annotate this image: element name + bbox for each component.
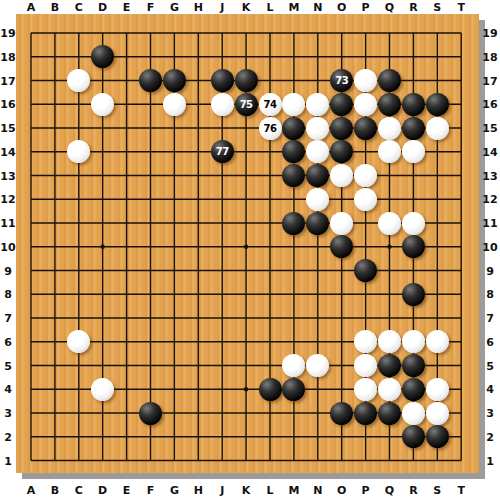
column-label-bottom-C: C [75, 485, 83, 496]
row-label-left-8: 8 [4, 289, 12, 300]
white-stone-L15-move-76: 76 [259, 117, 282, 140]
black-stone-J14-move-77: 77 [211, 140, 234, 163]
column-label-top-F: F [147, 2, 155, 13]
white-stone-S15 [426, 117, 449, 140]
column-label-bottom-R: R [409, 485, 417, 496]
black-stone-Q5 [378, 354, 401, 377]
black-stone-M11 [282, 212, 305, 235]
row-label-right-10: 10 [482, 241, 497, 252]
row-label-right-9: 9 [486, 265, 494, 276]
column-label-top-T: T [457, 2, 465, 13]
row-label-right-6: 6 [486, 336, 494, 347]
row-label-left-16: 16 [0, 99, 15, 110]
column-label-top-D: D [98, 2, 107, 13]
black-stone-P15 [354, 117, 377, 140]
column-label-bottom-L: L [266, 485, 273, 496]
white-stone-R3 [402, 402, 425, 425]
row-label-right-17: 17 [482, 75, 497, 86]
white-stone-L16-move-74: 74 [259, 93, 282, 116]
row-label-right-2: 2 [486, 431, 494, 442]
move-number-label: 73 [335, 75, 348, 86]
black-stone-P3 [354, 402, 377, 425]
column-label-top-Q: Q [385, 2, 394, 13]
white-stone-G16 [163, 93, 186, 116]
white-stone-O11 [330, 212, 353, 235]
black-stone-Q17 [378, 69, 401, 92]
black-stone-F3 [139, 402, 162, 425]
row-label-right-16: 16 [482, 99, 497, 110]
column-label-bottom-F: F [147, 485, 155, 496]
black-stone-G17 [163, 69, 186, 92]
column-label-bottom-B: B [51, 485, 59, 496]
black-stone-R2 [402, 425, 425, 448]
row-label-left-5: 5 [4, 360, 12, 371]
white-stone-D16 [91, 93, 114, 116]
row-label-right-7: 7 [486, 313, 494, 324]
black-stone-R16 [402, 93, 425, 116]
column-label-bottom-J: J [220, 485, 224, 496]
column-label-top-M: M [288, 2, 299, 13]
white-stone-M16 [282, 93, 305, 116]
column-label-top-O: O [337, 2, 346, 13]
row-label-left-12: 12 [0, 194, 15, 205]
white-stone-P13 [354, 164, 377, 187]
white-stone-N16 [306, 93, 329, 116]
white-stone-R14 [402, 140, 425, 163]
row-label-right-1: 1 [486, 455, 494, 466]
row-label-right-12: 12 [482, 194, 497, 205]
black-stone-S16 [426, 93, 449, 116]
move-number-label: 74 [264, 99, 277, 110]
move-number-label: 75 [240, 99, 253, 110]
white-stone-R11 [402, 212, 425, 235]
black-stone-P9 [354, 259, 377, 282]
column-label-top-B: B [51, 2, 59, 13]
black-stone-R5 [402, 354, 425, 377]
row-label-left-2: 2 [4, 431, 12, 442]
white-stone-P4 [354, 378, 377, 401]
white-stone-J16 [211, 93, 234, 116]
black-stone-Q16 [378, 93, 401, 116]
white-stone-D4 [91, 378, 114, 401]
black-stone-O3 [330, 402, 353, 425]
row-label-left-1: 1 [4, 455, 12, 466]
column-label-bottom-H: H [194, 485, 203, 496]
white-stone-N12 [306, 188, 329, 211]
column-label-top-E: E [123, 2, 131, 13]
column-label-top-H: H [194, 2, 203, 13]
row-label-left-11: 11 [0, 218, 15, 229]
row-label-right-5: 5 [486, 360, 494, 371]
column-label-bottom-T: T [457, 485, 465, 496]
column-label-bottom-G: G [170, 485, 179, 496]
white-stone-S3 [426, 402, 449, 425]
white-stone-Q11 [378, 212, 401, 235]
black-stone-M15 [282, 117, 305, 140]
row-label-left-3: 3 [4, 408, 12, 419]
white-stone-P12 [354, 188, 377, 211]
row-label-right-11: 11 [482, 218, 497, 229]
white-stone-N15 [306, 117, 329, 140]
column-label-bottom-D: D [98, 485, 107, 496]
column-label-bottom-A: A [27, 485, 36, 496]
white-stone-Q15 [378, 117, 401, 140]
column-label-top-C: C [75, 2, 83, 13]
white-stone-P16 [354, 93, 377, 116]
black-stone-L4 [259, 378, 282, 401]
black-stone-R10 [402, 235, 425, 258]
row-label-left-9: 9 [4, 265, 12, 276]
black-stone-K17 [235, 69, 258, 92]
row-label-right-8: 8 [486, 289, 494, 300]
column-label-bottom-M: M [288, 485, 299, 496]
black-stone-R4 [402, 378, 425, 401]
column-label-top-P: P [362, 2, 370, 13]
black-stone-K16-move-75: 75 [235, 93, 258, 116]
black-stone-R15 [402, 117, 425, 140]
black-stone-S2 [426, 425, 449, 448]
row-label-right-13: 13 [482, 170, 497, 181]
row-label-left-7: 7 [4, 313, 12, 324]
row-label-right-3: 3 [486, 408, 494, 419]
row-label-left-15: 15 [0, 123, 15, 134]
black-stone-O15 [330, 117, 353, 140]
black-stone-J17 [211, 69, 234, 92]
column-label-top-R: R [409, 2, 417, 13]
row-label-left-13: 13 [0, 170, 15, 181]
column-label-bottom-S: S [433, 485, 441, 496]
row-label-left-19: 19 [0, 28, 15, 39]
column-label-bottom-E: E [123, 485, 131, 496]
black-stone-R8 [402, 283, 425, 306]
column-label-bottom-K: K [242, 485, 251, 496]
row-label-right-19: 19 [482, 28, 497, 39]
row-label-right-15: 15 [482, 123, 497, 134]
black-stone-Q3 [378, 402, 401, 425]
black-stone-O16 [330, 93, 353, 116]
column-label-bottom-O: O [337, 485, 346, 496]
row-label-left-17: 17 [0, 75, 15, 86]
column-label-top-L: L [266, 2, 273, 13]
column-label-top-A: A [27, 2, 36, 13]
column-label-bottom-Q: Q [385, 485, 394, 496]
row-label-left-6: 6 [4, 336, 12, 347]
row-label-left-10: 10 [0, 241, 15, 252]
column-label-top-G: G [170, 2, 179, 13]
column-label-bottom-N: N [313, 485, 322, 496]
white-stone-S6 [426, 330, 449, 353]
black-stone-N11 [306, 212, 329, 235]
white-stone-P17 [354, 69, 377, 92]
white-stone-P5 [354, 354, 377, 377]
move-number-label: 76 [264, 123, 277, 134]
row-label-right-4: 4 [486, 384, 494, 395]
goban[interactable]: 7375747677 [16, 14, 479, 473]
row-label-left-18: 18 [0, 51, 15, 62]
black-stone-M4 [282, 378, 305, 401]
white-stone-S4 [426, 378, 449, 401]
row-label-right-14: 14 [482, 146, 497, 157]
row-label-right-18: 18 [482, 51, 497, 62]
column-label-top-J: J [220, 2, 224, 13]
white-stone-Q4 [378, 378, 401, 401]
column-label-top-N: N [313, 2, 322, 13]
row-label-left-14: 14 [0, 146, 15, 157]
go-diagram-page: 7375747677 AABBCCDDEEFFGGHHJJKKLLMMNNOOP… [0, 0, 500, 500]
column-label-top-S: S [433, 2, 441, 13]
move-number-label: 77 [216, 146, 229, 157]
column-label-top-K: K [242, 2, 251, 13]
column-label-bottom-P: P [362, 485, 370, 496]
white-stone-R6 [402, 330, 425, 353]
row-label-left-4: 4 [4, 384, 12, 395]
black-stone-F17 [139, 69, 162, 92]
